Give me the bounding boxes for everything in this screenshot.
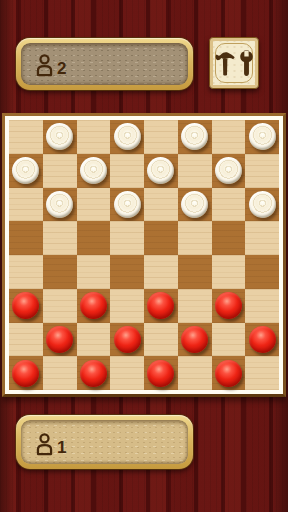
square-r7c8[interactable] [245,323,279,357]
square-r8c6 [178,356,212,390]
white-piece[interactable] [181,191,208,218]
square-r6c5[interactable] [144,289,178,323]
red-piece[interactable] [249,326,276,353]
square-r3c2[interactable] [43,188,77,222]
square-r3c3 [77,188,111,222]
red-piece[interactable] [114,326,141,353]
square-r8c8 [245,356,279,390]
square-r4c8 [245,221,279,255]
red-piece[interactable] [147,292,174,319]
white-piece[interactable] [80,157,107,184]
square-r4c3[interactable] [77,221,111,255]
square-r3c5 [144,188,178,222]
square-r3c8[interactable] [245,188,279,222]
square-r6c8 [245,289,279,323]
white-piece[interactable] [181,123,208,150]
red-piece[interactable] [12,292,39,319]
square-r7c5 [144,323,178,357]
square-r8c4 [110,356,144,390]
red-piece[interactable] [80,360,107,387]
player-2-number: 2 [57,60,66,77]
square-r1c4[interactable] [110,120,144,154]
hammer-icon [214,50,236,77]
white-piece[interactable] [249,191,276,218]
white-piece[interactable] [215,157,242,184]
square-r2c3[interactable] [77,154,111,188]
square-r7c7 [212,323,246,357]
square-r2c4 [110,154,144,188]
square-r4c4 [110,221,144,255]
red-piece[interactable] [181,326,208,353]
square-r1c8[interactable] [245,120,279,154]
white-piece[interactable] [114,123,141,150]
square-r5c3 [77,255,111,289]
red-piece[interactable] [215,360,242,387]
square-r5c8[interactable] [245,255,279,289]
red-piece[interactable] [80,292,107,319]
red-piece[interactable] [46,326,73,353]
square-r5c6[interactable] [178,255,212,289]
square-r2c5[interactable] [144,154,178,188]
square-r2c2 [43,154,77,188]
square-r8c3[interactable] [77,356,111,390]
white-piece[interactable] [147,157,174,184]
square-r1c3 [77,120,111,154]
player-2-plaque: 2 [16,38,193,90]
player-2-plaque-inner: 2 [21,43,188,85]
square-r1c6[interactable] [178,120,212,154]
square-r4c6 [178,221,212,255]
square-r4c1[interactable] [9,221,43,255]
white-piece[interactable] [46,191,73,218]
square-r7c4[interactable] [110,323,144,357]
square-r6c6 [178,289,212,323]
white-piece[interactable] [114,191,141,218]
square-r8c2 [43,356,77,390]
board-grid [9,120,279,390]
square-r3c1 [9,188,43,222]
person-icon [34,432,55,456]
square-r7c2[interactable] [43,323,77,357]
square-r1c2[interactable] [43,120,77,154]
white-piece[interactable] [46,123,73,150]
white-piece[interactable] [12,157,39,184]
square-r8c5[interactable] [144,356,178,390]
square-r3c4[interactable] [110,188,144,222]
square-r4c5[interactable] [144,221,178,255]
square-r3c6[interactable] [178,188,212,222]
square-r5c7 [212,255,246,289]
square-r5c4[interactable] [110,255,144,289]
square-r1c7 [212,120,246,154]
player-1-plaque: 1 [16,415,193,469]
square-r7c6[interactable] [178,323,212,357]
square-r2c7[interactable] [212,154,246,188]
square-r2c8 [245,154,279,188]
square-r6c4 [110,289,144,323]
red-piece[interactable] [147,360,174,387]
square-r3c7 [212,188,246,222]
square-r7c1 [9,323,43,357]
square-r8c7[interactable] [212,356,246,390]
person-icon [34,53,55,77]
square-r1c1 [9,120,43,154]
square-r5c5 [144,255,178,289]
settings-button[interactable] [209,37,259,89]
square-r6c2 [43,289,77,323]
square-r5c1 [9,255,43,289]
square-r7c3 [77,323,111,357]
square-r2c6 [178,154,212,188]
square-r4c2 [43,221,77,255]
square-r5c2[interactable] [43,255,77,289]
white-piece[interactable] [249,123,276,150]
player-1-plaque-inner: 1 [21,420,188,464]
square-r2c1[interactable] [9,154,43,188]
player-1-number: 1 [57,439,66,456]
red-piece[interactable] [12,360,39,387]
red-piece[interactable] [215,292,242,319]
square-r6c7[interactable] [212,289,246,323]
board-frame [2,113,286,397]
square-r8c1[interactable] [9,356,43,390]
square-r4c7[interactable] [212,221,246,255]
square-r6c3[interactable] [77,289,111,323]
wrench-icon [239,50,254,77]
square-r1c5 [144,120,178,154]
board-inner-border [5,116,283,394]
square-r6c1[interactable] [9,289,43,323]
